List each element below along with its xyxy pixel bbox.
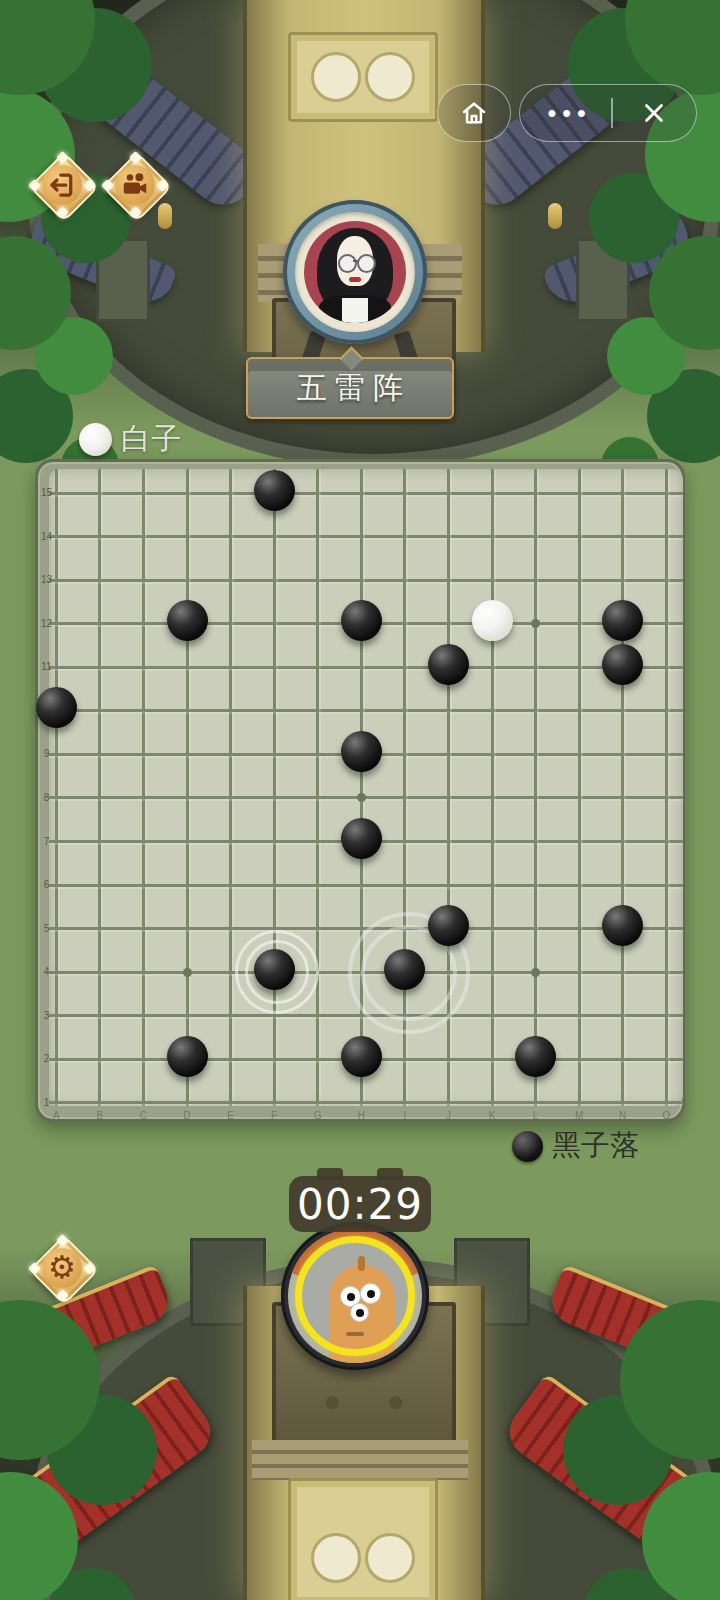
black-stone-icon xyxy=(512,1131,543,1162)
stone-black[interactable] xyxy=(167,600,208,641)
col-label: N xyxy=(615,1110,631,1121)
col-label: M xyxy=(571,1110,587,1121)
col-label: F xyxy=(266,1110,282,1121)
grid-line xyxy=(55,469,58,1106)
stone-white[interactable] xyxy=(472,600,513,641)
row-label: 15 xyxy=(39,487,54,498)
gomoku-board[interactable]: 151413121110987654321ABCDEFGHIJKLMNO xyxy=(35,459,685,1122)
plaque-circle xyxy=(311,1533,361,1583)
opponent-portrait xyxy=(304,221,406,323)
gold-finial-right xyxy=(548,203,562,229)
grid-line xyxy=(186,469,189,1106)
more-icon[interactable]: ••• xyxy=(520,101,611,126)
turn-label: 黑子落 xyxy=(552,1126,639,1166)
side-shrine-left xyxy=(96,238,150,322)
star-point xyxy=(183,968,192,977)
row-label: 12 xyxy=(39,618,54,629)
col-label: C xyxy=(135,1110,151,1121)
stone-black[interactable] xyxy=(428,905,469,946)
grid-line xyxy=(49,1101,683,1104)
tower-plaque-top xyxy=(288,32,438,122)
col-label: J xyxy=(440,1110,456,1121)
stone-black[interactable] xyxy=(341,731,382,772)
row-label: 9 xyxy=(39,748,54,759)
opponent-name: 五雷阵 xyxy=(289,368,411,409)
white-stone-icon xyxy=(79,423,112,456)
opponent-side-indicator: 白子 xyxy=(79,419,181,460)
side-shrine-right xyxy=(576,238,630,322)
row-label: 4 xyxy=(39,966,54,977)
row-label: 14 xyxy=(39,531,54,542)
stone-black[interactable] xyxy=(167,1036,208,1077)
grid-line xyxy=(49,709,683,712)
stone-black[interactable] xyxy=(254,470,295,511)
grid-line xyxy=(578,469,581,1106)
portrait-glasses-bridge xyxy=(353,260,358,262)
grid-line xyxy=(49,884,683,887)
grid-line xyxy=(142,469,145,1106)
stone-black[interactable] xyxy=(341,1036,382,1077)
row-label: 6 xyxy=(39,879,54,890)
row-label: 8 xyxy=(39,792,54,803)
close-icon xyxy=(639,98,669,128)
col-label: O xyxy=(658,1110,674,1121)
grid-line xyxy=(665,469,668,1106)
col-label: D xyxy=(179,1110,195,1121)
star-point xyxy=(531,968,540,977)
row-label: 11 xyxy=(39,661,54,672)
portrait-glasses xyxy=(357,254,376,273)
white-side-label: 白子 xyxy=(121,419,181,460)
row-label: 3 xyxy=(39,1010,54,1021)
row-label: 2 xyxy=(39,1053,54,1064)
home-button[interactable] xyxy=(437,84,511,142)
timer-value: 00:29 xyxy=(297,1180,423,1229)
exit-button[interactable] xyxy=(28,151,96,219)
countdown-ring xyxy=(295,1236,415,1356)
plaque-circle xyxy=(365,52,415,102)
camera-icon xyxy=(120,170,150,200)
settings-button[interactable]: ⚙ xyxy=(28,1234,96,1302)
plaque-circle xyxy=(311,52,361,102)
col-label: B xyxy=(92,1110,108,1121)
turn-indicator: 黑子落 xyxy=(512,1126,639,1166)
stone-black[interactable] xyxy=(602,644,643,685)
tower-plaque-bottom xyxy=(288,1478,438,1600)
row-label: 13 xyxy=(39,574,54,585)
opponent-avatar[interactable] xyxy=(283,200,427,344)
col-label: G xyxy=(310,1110,326,1121)
grid-line xyxy=(534,469,537,1106)
grid-line xyxy=(491,469,494,1106)
row-label: 7 xyxy=(39,836,54,847)
portrait-lips xyxy=(349,277,361,282)
portrait-glasses xyxy=(338,254,357,273)
stone-black[interactable] xyxy=(384,949,425,990)
replay-camera-button[interactable] xyxy=(101,151,169,219)
col-label: I xyxy=(397,1110,413,1121)
home-icon xyxy=(458,97,490,129)
grid-line xyxy=(49,796,683,799)
grid-line xyxy=(98,469,101,1106)
grid-line xyxy=(621,469,624,1106)
plaque-circle xyxy=(365,1533,415,1583)
grid-line xyxy=(49,579,683,582)
close-button[interactable] xyxy=(613,98,696,128)
col-label: K xyxy=(484,1110,500,1121)
stone-black[interactable] xyxy=(515,1036,556,1077)
stone-black[interactable] xyxy=(428,644,469,685)
opponent-name-plate: 五雷阵 xyxy=(246,357,454,419)
move-timer: 00:29 xyxy=(289,1176,431,1232)
row-label: 5 xyxy=(39,923,54,934)
col-label: L xyxy=(528,1110,544,1121)
stone-black[interactable] xyxy=(341,818,382,859)
col-label: E xyxy=(223,1110,239,1121)
grid-line xyxy=(229,469,232,1106)
grid-line xyxy=(49,666,683,669)
gear-icon: ⚙ xyxy=(47,1253,77,1283)
stone-black[interactable] xyxy=(254,949,295,990)
row-label: 1 xyxy=(39,1097,54,1108)
portrait-shirt-stripe xyxy=(342,298,368,323)
stone-black[interactable] xyxy=(36,687,77,728)
stone-black[interactable] xyxy=(341,600,382,641)
exit-icon xyxy=(47,170,77,200)
col-label: A xyxy=(48,1110,64,1121)
tower-steps-bottom xyxy=(252,1440,468,1480)
grid-line xyxy=(316,469,319,1106)
game-screen: ••• ⚙ xyxy=(0,0,720,1600)
player-avatar[interactable] xyxy=(281,1222,429,1370)
miniprogram-capsule: ••• xyxy=(519,84,697,142)
col-label: H xyxy=(353,1110,369,1121)
